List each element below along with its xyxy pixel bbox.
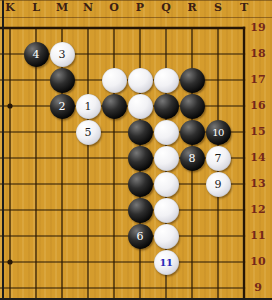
go-board[interactable]: 4321510879611 [0, 15, 257, 300]
go-board-diagram: 4321510879611 KLMNOPQRST 191817161514131… [0, 0, 272, 300]
stone-R14[interactable]: 8 [180, 146, 205, 171]
stone-S13[interactable]: 9 [206, 172, 231, 197]
row-label-17: 17 [247, 73, 269, 87]
stone-R15[interactable] [180, 120, 205, 145]
row-label-14: 14 [247, 151, 269, 165]
stone-P16[interactable] [128, 94, 153, 119]
stone-S15[interactable]: 10 [206, 120, 231, 145]
column-label-P: P [132, 1, 148, 15]
stone-Q17[interactable] [154, 68, 179, 93]
stone-P13[interactable] [128, 172, 153, 197]
stone-O16[interactable] [102, 94, 127, 119]
row-label-11: 11 [247, 229, 269, 243]
frame-top [0, 0, 272, 1]
stone-P14[interactable] [128, 146, 153, 171]
row-label-10: 10 [247, 255, 269, 269]
stone-P17[interactable] [128, 68, 153, 93]
stone-N15[interactable]: 5 [76, 120, 101, 145]
move-number-3: 3 [59, 49, 66, 60]
column-label-L: L [28, 1, 44, 15]
row-label-9: 9 [247, 281, 269, 295]
stone-P12[interactable] [128, 198, 153, 223]
stone-Q12[interactable] [154, 198, 179, 223]
column-label-M: M [54, 1, 70, 15]
column-label-T: T [236, 1, 252, 15]
stone-N16[interactable]: 1 [76, 94, 101, 119]
move-number-10: 10 [212, 127, 224, 138]
move-number-6: 6 [137, 231, 144, 242]
stone-R17[interactable] [180, 68, 205, 93]
stone-O17[interactable] [102, 68, 127, 93]
stone-M18[interactable]: 3 [50, 42, 75, 67]
column-label-N: N [80, 1, 96, 15]
row-label-13: 13 [247, 177, 269, 191]
row-label-19: 19 [247, 21, 269, 35]
stone-L18[interactable]: 4 [24, 42, 49, 67]
move-number-8: 8 [189, 153, 196, 164]
stone-Q14[interactable] [154, 146, 179, 171]
move-number-2: 2 [59, 101, 66, 112]
stone-Q10[interactable]: 11 [154, 250, 179, 275]
move-number-9: 9 [215, 179, 222, 190]
row-label-18: 18 [247, 47, 269, 61]
move-number-5: 5 [85, 127, 92, 138]
stone-P11[interactable]: 6 [128, 224, 153, 249]
stone-Q11[interactable] [154, 224, 179, 249]
stone-R16[interactable] [180, 94, 205, 119]
move-number-7: 7 [215, 153, 222, 164]
stone-M16[interactable]: 2 [50, 94, 75, 119]
stone-S14[interactable]: 7 [206, 146, 231, 171]
move-number-1: 1 [85, 101, 92, 112]
row-label-12: 12 [247, 203, 269, 217]
column-label-Q: Q [158, 1, 174, 15]
row-label-16: 16 [247, 99, 269, 113]
column-label-R: R [184, 1, 200, 15]
column-label-O: O [106, 1, 122, 15]
stone-P15[interactable] [128, 120, 153, 145]
label-separator-line [0, 17, 272, 18]
row-label-15: 15 [247, 125, 269, 139]
move-number-4: 4 [33, 49, 40, 60]
stone-M17[interactable] [50, 68, 75, 93]
stone-Q16[interactable] [154, 94, 179, 119]
column-label-K: K [2, 1, 18, 15]
column-label-S: S [210, 1, 226, 15]
stone-Q13[interactable] [154, 172, 179, 197]
stone-Q15[interactable] [154, 120, 179, 145]
frame-left [2, 0, 4, 300]
move-number-11: 11 [160, 257, 173, 268]
